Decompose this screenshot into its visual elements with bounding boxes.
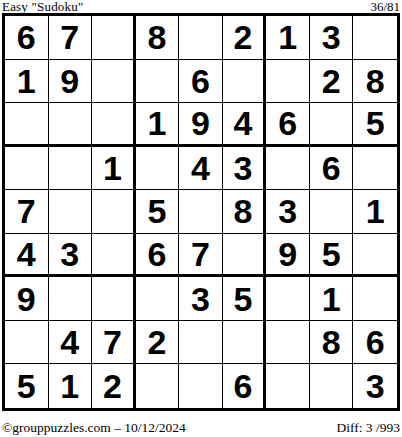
- sudoku-cell-r2c2[interactable]: 9: [49, 60, 93, 104]
- sudoku-cell-r5c5[interactable]: [179, 190, 223, 234]
- sudoku-cell-r7c8[interactable]: 1: [310, 277, 354, 321]
- sudoku-cell-r2c6[interactable]: [223, 60, 267, 104]
- sudoku-cell-r5c3[interactable]: [92, 190, 136, 234]
- sudoku-cell-r8c2[interactable]: 4: [49, 321, 93, 365]
- sudoku-cell-r1c2[interactable]: 7: [49, 16, 93, 60]
- sudoku-cell-r2c1[interactable]: 1: [5, 60, 49, 104]
- sudoku-cell-r6c4[interactable]: 6: [136, 234, 180, 278]
- sudoku-cell-r3c2[interactable]: [49, 103, 93, 147]
- sudoku-cell-r1c7[interactable]: 1: [266, 16, 310, 60]
- sudoku-cell-r7c3[interactable]: [92, 277, 136, 321]
- sudoku-cell-r7c1[interactable]: 9: [5, 277, 49, 321]
- sudoku-cell-r4c2[interactable]: [49, 147, 93, 191]
- footer: ©grouppuzzles.com – 10/12/2024 Diff: 3 /…: [2, 420, 400, 435]
- sudoku-cell-r8c4[interactable]: 2: [136, 321, 180, 365]
- sudoku-cell-r5c7[interactable]: 3: [266, 190, 310, 234]
- page-title: Easy "Sudoku": [2, 0, 83, 13]
- sudoku-cell-r3c4[interactable]: 1: [136, 103, 180, 147]
- footer-difficulty: Diff: 3 /993: [337, 420, 401, 435]
- sudoku-cell-r3c9[interactable]: 5: [353, 103, 397, 147]
- sudoku-cell-r3c5[interactable]: 9: [179, 103, 223, 147]
- sudoku-cell-r6c6[interactable]: [223, 234, 267, 278]
- sudoku-cell-r1c9[interactable]: [353, 16, 397, 60]
- sudoku-cell-r3c8[interactable]: [310, 103, 354, 147]
- sudoku-cell-r3c7[interactable]: 6: [266, 103, 310, 147]
- sudoku-cell-r5c6[interactable]: 8: [223, 190, 267, 234]
- sudoku-cell-r5c2[interactable]: [49, 190, 93, 234]
- sudoku-cell-r8c6[interactable]: [223, 321, 267, 365]
- sudoku-cell-r1c1[interactable]: 6: [5, 16, 49, 60]
- sudoku-cell-r4c7[interactable]: [266, 147, 310, 191]
- sudoku-cell-r6c1[interactable]: 4: [5, 234, 49, 278]
- sudoku-cell-r7c9[interactable]: [353, 277, 397, 321]
- sudoku-cell-r5c9[interactable]: 1: [353, 190, 397, 234]
- sudoku-cell-r9c3[interactable]: 2: [92, 364, 136, 408]
- puzzle-page: Easy "Sudoku" 36/81 67821319628194651436…: [0, 0, 402, 435]
- sudoku-cell-r9c5[interactable]: [179, 364, 223, 408]
- sudoku-cell-r2c3[interactable]: [92, 60, 136, 104]
- sudoku-cell-r3c1[interactable]: [5, 103, 49, 147]
- sudoku-cell-r1c8[interactable]: 3: [310, 16, 354, 60]
- sudoku-cell-r9c1[interactable]: 5: [5, 364, 49, 408]
- sudoku-cell-r2c4[interactable]: [136, 60, 180, 104]
- sudoku-cell-r3c3[interactable]: [92, 103, 136, 147]
- sudoku-cell-r8c1[interactable]: [5, 321, 49, 365]
- sudoku-cell-r6c2[interactable]: 3: [49, 234, 93, 278]
- sudoku-cell-r1c5[interactable]: [179, 16, 223, 60]
- sudoku-cell-r6c7[interactable]: 9: [266, 234, 310, 278]
- sudoku-cell-r5c4[interactable]: 5: [136, 190, 180, 234]
- sudoku-cell-r6c3[interactable]: [92, 234, 136, 278]
- givens-counter: 36/81: [370, 0, 400, 13]
- sudoku-cell-r4c8[interactable]: 6: [310, 147, 354, 191]
- sudoku-cell-r9c6[interactable]: 6: [223, 364, 267, 408]
- sudoku-board: 6782131962819465143675831436795935147286…: [2, 13, 400, 411]
- sudoku-cell-r9c2[interactable]: 1: [49, 364, 93, 408]
- sudoku-cell-r1c4[interactable]: 8: [136, 16, 180, 60]
- sudoku-cell-r4c4[interactable]: [136, 147, 180, 191]
- sudoku-cell-r2c9[interactable]: 8: [353, 60, 397, 104]
- sudoku-cell-r2c5[interactable]: 6: [179, 60, 223, 104]
- sudoku-cell-r5c1[interactable]: 7: [5, 190, 49, 234]
- sudoku-cell-r9c8[interactable]: [310, 364, 354, 408]
- sudoku-cell-r7c5[interactable]: 3: [179, 277, 223, 321]
- sudoku-cell-r4c3[interactable]: 1: [92, 147, 136, 191]
- sudoku-cell-r9c7[interactable]: [266, 364, 310, 408]
- sudoku-cell-r4c1[interactable]: [5, 147, 49, 191]
- sudoku-cell-r4c6[interactable]: 3: [223, 147, 267, 191]
- sudoku-cell-r2c7[interactable]: [266, 60, 310, 104]
- sudoku-cell-r7c4[interactable]: [136, 277, 180, 321]
- sudoku-cell-r1c6[interactable]: 2: [223, 16, 267, 60]
- sudoku-cell-r8c8[interactable]: 8: [310, 321, 354, 365]
- sudoku-cell-r6c5[interactable]: 7: [179, 234, 223, 278]
- sudoku-cell-r8c7[interactable]: [266, 321, 310, 365]
- sudoku-cell-r5c8[interactable]: [310, 190, 354, 234]
- sudoku-cell-r7c2[interactable]: [49, 277, 93, 321]
- sudoku-cell-r9c4[interactable]: [136, 364, 180, 408]
- sudoku-cell-r8c9[interactable]: 6: [353, 321, 397, 365]
- sudoku-cell-r4c5[interactable]: 4: [179, 147, 223, 191]
- sudoku-cell-r8c3[interactable]: 7: [92, 321, 136, 365]
- sudoku-cell-r8c5[interactable]: [179, 321, 223, 365]
- sudoku-cell-r6c8[interactable]: 5: [310, 234, 354, 278]
- sudoku-cell-r7c6[interactable]: 5: [223, 277, 267, 321]
- footer-copyright: ©grouppuzzles.com – 10/12/2024: [2, 420, 186, 435]
- sudoku-cell-r6c9[interactable]: [353, 234, 397, 278]
- header: Easy "Sudoku" 36/81: [2, 0, 400, 13]
- sudoku-cell-r3c6[interactable]: 4: [223, 103, 267, 147]
- sudoku-cell-r7c7[interactable]: [266, 277, 310, 321]
- sudoku-cell-r9c9[interactable]: 3: [353, 364, 397, 408]
- sudoku-cell-r4c9[interactable]: [353, 147, 397, 191]
- sudoku-cell-r2c8[interactable]: 2: [310, 60, 354, 104]
- sudoku-cell-r1c3[interactable]: [92, 16, 136, 60]
